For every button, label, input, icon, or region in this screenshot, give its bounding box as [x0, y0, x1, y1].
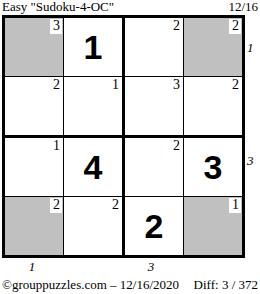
corner-clue: 2	[109, 198, 121, 213]
cell-r4c4[interactable]: 1	[184, 197, 242, 255]
copyright-text: ©grouppuzzles.com – 12/16/2020	[2, 278, 179, 292]
row-label-1: 1	[247, 41, 254, 55]
cell-r4c3[interactable]: 2	[125, 197, 184, 255]
cell-r4c1[interactable]: 2	[5, 197, 64, 255]
puzzle-counter: 12/16	[228, 0, 258, 14]
corner-clue: 2	[229, 19, 241, 34]
col-label-1: 1	[29, 260, 36, 274]
footer: ©grouppuzzles.com – 12/16/2020 Diff: 3 /…	[2, 278, 258, 292]
cell-r3c4[interactable]: 3	[184, 138, 242, 197]
row-label-3: 3	[247, 154, 254, 168]
col-label-3: 3	[148, 260, 155, 274]
cell-r3c2[interactable]: 4	[64, 138, 125, 197]
big-digit: 3	[204, 150, 223, 184]
puzzle-title: Easy "Sudoku-4-OC"	[2, 0, 114, 14]
difficulty-text: Diff: 3 / 372	[194, 278, 258, 292]
cell-r2c2[interactable]: 1	[64, 77, 125, 138]
sudoku-board: 3122213214232221	[2, 15, 245, 258]
cell-r1c4[interactable]: 2	[184, 18, 242, 77]
cell-r2c4[interactable]: 2	[184, 77, 242, 138]
corner-clue: 2	[170, 139, 182, 154]
corner-clue: 2	[50, 78, 62, 93]
cell-r1c2[interactable]: 1	[64, 18, 125, 77]
cell-r3c3[interactable]: 2	[125, 138, 184, 197]
cell-r2c1[interactable]: 2	[5, 77, 64, 138]
corner-clue: 2	[229, 78, 241, 93]
cell-r2c3[interactable]: 3	[125, 77, 184, 138]
corner-clue: 1	[109, 78, 121, 93]
cell-r3c1[interactable]: 1	[5, 138, 64, 197]
corner-clue: 2	[50, 198, 62, 213]
corner-clue: 2	[170, 19, 182, 34]
big-digit: 2	[145, 209, 164, 243]
cell-r4c2[interactable]: 2	[64, 197, 125, 255]
corner-clue: 1	[50, 139, 62, 154]
corner-clue: 3	[170, 78, 182, 93]
cell-r1c1[interactable]: 3	[5, 18, 64, 77]
big-digit: 4	[84, 150, 103, 184]
corner-clue: 1	[229, 198, 241, 213]
cell-r1c3[interactable]: 2	[125, 18, 184, 77]
big-digit: 1	[84, 30, 103, 64]
corner-clue: 3	[50, 19, 62, 34]
header: Easy "Sudoku-4-OC" 12/16	[2, 0, 258, 14]
